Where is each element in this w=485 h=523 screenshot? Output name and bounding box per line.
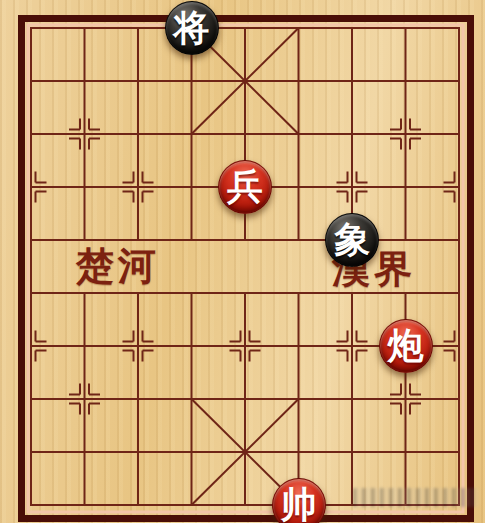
piece-red-cannon[interactable]: 炮 [379,319,433,373]
pieces-layer: 将兵象炮帅 [0,0,485,523]
piece-black-general[interactable]: 将 [165,1,219,55]
piece-black-elephant[interactable]: 象 [325,213,379,267]
xiangqi-app: 楚河 漢界 将兵象炮帅 [0,0,485,523]
piece-red-general[interactable]: 帅 [272,478,326,523]
piece-red-soldier[interactable]: 兵 [218,160,272,214]
